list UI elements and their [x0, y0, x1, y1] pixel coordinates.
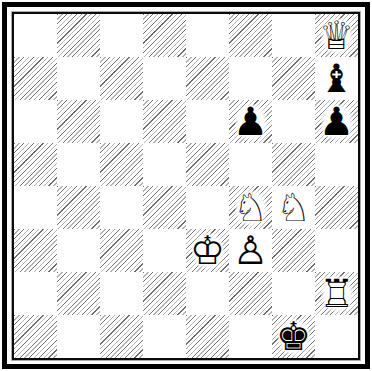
square-g7: [272, 57, 315, 100]
piece-white-king-e3: ♔: [190, 229, 225, 272]
piece-white-rook-h2: ♖: [319, 272, 354, 315]
square-e7: [186, 57, 229, 100]
chess-board: ♕♝♟♟♘♘♔♙♖♚: [12, 12, 360, 360]
piece-white-queen-h8: ♕: [319, 14, 354, 57]
piece-black-pawn-f6: ♟: [233, 100, 268, 143]
square-h5: [315, 143, 358, 186]
square-c8: [100, 14, 143, 57]
square-g2: [272, 272, 315, 315]
square-f7: [229, 57, 272, 100]
square-b3: [57, 229, 100, 272]
square-c6: [100, 100, 143, 143]
square-b7: [57, 57, 100, 100]
square-a5: [14, 143, 57, 186]
square-e5: [186, 143, 229, 186]
square-b6: [57, 100, 100, 143]
square-d7: [143, 57, 186, 100]
chess-diagram: ♕♝♟♟♘♘♔♙♖♚: [0, 0, 372, 371]
square-f8: [229, 14, 272, 57]
square-b1: [57, 315, 100, 358]
square-b8: [57, 14, 100, 57]
square-d1: [143, 315, 186, 358]
piece-white-pawn-f3: ♙: [233, 229, 268, 272]
square-d5: [143, 143, 186, 186]
diagram-frame: ♕♝♟♟♘♘♔♙♖♚: [2, 2, 370, 369]
square-f3: ♙: [229, 229, 272, 272]
square-d4: [143, 186, 186, 229]
square-e8: [186, 14, 229, 57]
square-g6: [272, 100, 315, 143]
square-a1: [14, 315, 57, 358]
piece-white-knight-g4: ♘: [276, 186, 311, 229]
piece-black-pawn-h6: ♟: [319, 100, 354, 143]
square-g8: [272, 14, 315, 57]
square-c5: [100, 143, 143, 186]
square-g5: [272, 143, 315, 186]
square-b4: [57, 186, 100, 229]
square-f4: ♘: [229, 186, 272, 229]
piece-black-king-g1: ♚: [276, 315, 311, 358]
square-d8: [143, 14, 186, 57]
piece-black-bishop-h7: ♝: [319, 57, 354, 100]
square-f2: [229, 272, 272, 315]
square-g1: ♚: [272, 315, 315, 358]
square-h4: [315, 186, 358, 229]
square-a2: [14, 272, 57, 315]
piece-white-knight-f4: ♘: [233, 186, 268, 229]
square-f6: ♟: [229, 100, 272, 143]
square-h3: [315, 229, 358, 272]
square-b2: [57, 272, 100, 315]
square-d2: [143, 272, 186, 315]
square-d6: [143, 100, 186, 143]
square-h7: ♝: [315, 57, 358, 100]
square-e6: [186, 100, 229, 143]
square-e1: [186, 315, 229, 358]
square-h1: [315, 315, 358, 358]
square-c3: [100, 229, 143, 272]
square-f1: [229, 315, 272, 358]
square-c1: [100, 315, 143, 358]
square-e4: [186, 186, 229, 229]
square-h2: ♖: [315, 272, 358, 315]
square-a6: [14, 100, 57, 143]
square-c7: [100, 57, 143, 100]
square-f5: [229, 143, 272, 186]
square-d3: [143, 229, 186, 272]
square-a3: [14, 229, 57, 272]
square-b5: [57, 143, 100, 186]
square-e2: [186, 272, 229, 315]
square-c4: [100, 186, 143, 229]
square-a7: [14, 57, 57, 100]
square-h8: ♕: [315, 14, 358, 57]
square-c2: [100, 272, 143, 315]
square-e3: ♔: [186, 229, 229, 272]
square-g4: ♘: [272, 186, 315, 229]
square-a4: [14, 186, 57, 229]
square-g3: [272, 229, 315, 272]
square-h6: ♟: [315, 100, 358, 143]
square-a8: [14, 14, 57, 57]
